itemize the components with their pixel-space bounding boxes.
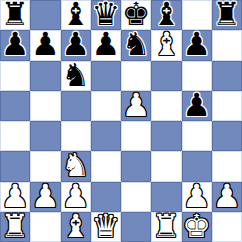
square-c4[interactable] [61,121,91,151]
square-g8[interactable] [182,0,212,30]
square-a2[interactable]: ♟ [0,182,30,212]
square-b8[interactable] [30,0,60,30]
square-f8[interactable]: ♝ [151,0,181,30]
square-a3[interactable] [0,151,30,181]
square-h4[interactable] [212,121,242,151]
square-d1[interactable]: ♛ [91,212,121,242]
square-b7[interactable]: ♟ [30,30,60,60]
piece-black-knight: ♞ [61,61,90,91]
piece-black-bishop: ♝ [152,0,181,30]
square-a4[interactable] [0,121,30,151]
square-g5[interactable]: ♟ [182,91,212,121]
square-e4[interactable] [121,121,151,151]
square-a1[interactable]: ♜ [0,212,30,242]
piece-white-pawn: ♟ [31,182,60,212]
square-d7[interactable]: ♟ [91,30,121,60]
piece-black-pawn: ♟ [1,30,30,60]
square-d3[interactable] [91,151,121,181]
square-f7[interactable]: ♝ [151,30,181,60]
square-e2[interactable] [121,182,151,212]
square-b1[interactable] [30,212,60,242]
piece-white-king: ♚ [182,212,211,242]
square-c1[interactable]: ♝ [61,212,91,242]
piece-white-bishop: ♝ [61,212,90,242]
square-e1[interactable] [121,212,151,242]
square-a7[interactable]: ♟ [0,30,30,60]
chess-board: ♜♝♛♚♝♜♟♟♟♟♞♝♟♞♟♟♞♟♟♟♟♟♜♝♛♜♚ [0,0,242,242]
piece-white-knight: ♞ [61,151,90,181]
piece-black-pawn: ♟ [31,30,60,60]
square-e5[interactable]: ♟ [121,91,151,121]
square-e8[interactable]: ♚ [121,0,151,30]
piece-black-pawn: ♟ [182,91,211,121]
square-d6[interactable] [91,61,121,91]
square-c3[interactable]: ♞ [61,151,91,181]
square-b4[interactable] [30,121,60,151]
piece-black-rook: ♜ [213,0,242,30]
piece-white-rook: ♜ [152,212,181,242]
square-d2[interactable] [91,182,121,212]
piece-white-bishop: ♝ [152,30,181,60]
piece-white-pawn: ♟ [61,182,90,212]
square-g7[interactable]: ♟ [182,30,212,60]
square-c5[interactable] [61,91,91,121]
piece-black-knight: ♞ [122,30,151,60]
square-d8[interactable]: ♛ [91,0,121,30]
square-g2[interactable]: ♟ [182,182,212,212]
piece-black-bishop: ♝ [61,0,90,30]
square-g3[interactable] [182,151,212,181]
piece-black-pawn: ♟ [182,30,211,60]
piece-black-rook: ♜ [1,0,30,30]
square-b6[interactable] [30,61,60,91]
square-a6[interactable] [0,61,30,91]
square-f2[interactable] [151,182,181,212]
square-b5[interactable] [30,91,60,121]
square-f4[interactable] [151,121,181,151]
square-d4[interactable] [91,121,121,151]
square-g6[interactable] [182,61,212,91]
square-e7[interactable]: ♞ [121,30,151,60]
piece-white-pawn: ♟ [182,182,211,212]
square-h5[interactable] [212,91,242,121]
square-a5[interactable] [0,91,30,121]
piece-white-rook: ♜ [1,212,30,242]
square-e3[interactable] [121,151,151,181]
square-d5[interactable] [91,91,121,121]
square-h7[interactable] [212,30,242,60]
square-h1[interactable] [212,212,242,242]
piece-black-king: ♚ [122,0,151,30]
square-a8[interactable]: ♜ [0,0,30,30]
square-f6[interactable] [151,61,181,91]
piece-white-pawn: ♟ [1,182,30,212]
piece-white-pawn: ♟ [122,91,151,121]
square-c7[interactable]: ♟ [61,30,91,60]
square-h6[interactable] [212,61,242,91]
square-c8[interactable]: ♝ [61,0,91,30]
square-f3[interactable] [151,151,181,181]
piece-black-queen: ♛ [92,0,121,30]
square-b3[interactable] [30,151,60,181]
square-c6[interactable]: ♞ [61,61,91,91]
square-e6[interactable] [121,61,151,91]
square-g4[interactable] [182,121,212,151]
piece-black-pawn: ♟ [61,30,90,60]
square-c2[interactable]: ♟ [61,182,91,212]
square-f5[interactable] [151,91,181,121]
square-h2[interactable]: ♟ [212,182,242,212]
square-h8[interactable]: ♜ [212,0,242,30]
square-b2[interactable]: ♟ [30,182,60,212]
piece-black-pawn: ♟ [92,30,121,60]
square-g1[interactable]: ♚ [182,212,212,242]
piece-white-pawn: ♟ [213,182,242,212]
square-h3[interactable] [212,151,242,181]
square-f1[interactable]: ♜ [151,212,181,242]
piece-white-queen: ♛ [92,212,121,242]
